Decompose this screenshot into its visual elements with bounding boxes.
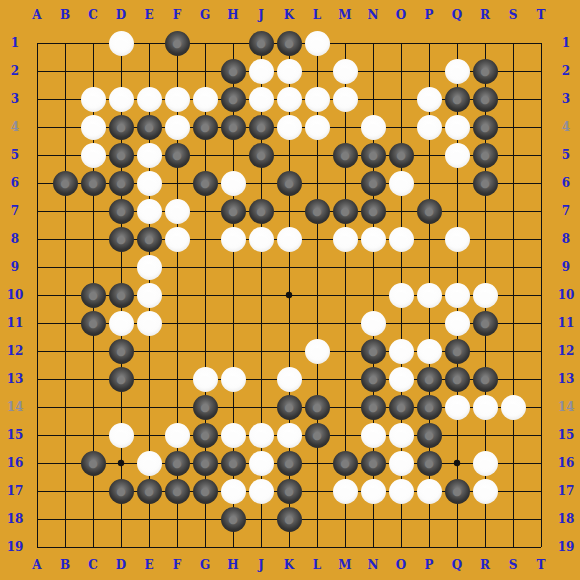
board-point[interactable]	[387, 197, 415, 225]
board-point[interactable]: ●	[135, 85, 163, 113]
board-point[interactable]: ●	[219, 197, 247, 225]
board-point[interactable]	[51, 141, 79, 169]
board-point[interactable]: ●	[247, 113, 275, 141]
board-point[interactable]	[23, 85, 51, 113]
board-point[interactable]	[275, 141, 303, 169]
board-point[interactable]	[331, 281, 359, 309]
board-point[interactable]: ●	[471, 393, 499, 421]
board-point[interactable]	[23, 225, 51, 253]
board-point[interactable]: ●	[135, 477, 163, 505]
board-point[interactable]	[23, 365, 51, 393]
board-point[interactable]: ●	[107, 421, 135, 449]
board-point[interactable]: ●	[471, 113, 499, 141]
board-point[interactable]	[471, 533, 499, 561]
board-point[interactable]	[135, 365, 163, 393]
board-point[interactable]: ●	[79, 169, 107, 197]
board-point[interactable]	[23, 57, 51, 85]
board-point[interactable]	[107, 57, 135, 85]
board-point[interactable]: ●	[51, 169, 79, 197]
board-point[interactable]	[163, 253, 191, 281]
board-point[interactable]: ●	[135, 449, 163, 477]
board-point[interactable]	[135, 57, 163, 85]
board-point[interactable]	[499, 337, 527, 365]
board-point[interactable]	[79, 253, 107, 281]
board-point[interactable]	[275, 337, 303, 365]
board-point[interactable]: ●	[247, 477, 275, 505]
board-point[interactable]	[163, 281, 191, 309]
board-point[interactable]: ●	[135, 169, 163, 197]
board-point[interactable]	[527, 141, 555, 169]
board-point[interactable]	[219, 141, 247, 169]
board-point[interactable]	[331, 393, 359, 421]
board-point[interactable]	[107, 253, 135, 281]
board-point[interactable]	[499, 365, 527, 393]
board-point[interactable]: ●	[443, 309, 471, 337]
board-point[interactable]: ●	[387, 169, 415, 197]
board-point[interactable]: ●	[107, 141, 135, 169]
board-point[interactable]: ●	[219, 225, 247, 253]
board-point[interactable]: ●	[191, 393, 219, 421]
board-point[interactable]	[23, 141, 51, 169]
board-point[interactable]: ●	[79, 281, 107, 309]
board-point[interactable]: ●	[443, 225, 471, 253]
board-point[interactable]	[51, 85, 79, 113]
board-point[interactable]: ●	[135, 309, 163, 337]
board-point[interactable]	[499, 421, 527, 449]
board-point[interactable]	[23, 113, 51, 141]
board-point[interactable]: ●	[415, 337, 443, 365]
board-point[interactable]	[471, 225, 499, 253]
board-point[interactable]	[23, 281, 51, 309]
board-point[interactable]	[415, 141, 443, 169]
board-point[interactable]: ●	[247, 141, 275, 169]
board-point[interactable]	[191, 141, 219, 169]
board-point[interactable]: ●	[387, 281, 415, 309]
board-point[interactable]: ●	[191, 365, 219, 393]
board-point[interactable]	[527, 393, 555, 421]
board-point[interactable]	[303, 449, 331, 477]
board-point[interactable]: ●	[359, 197, 387, 225]
board-point[interactable]	[51, 393, 79, 421]
board-point[interactable]: ●	[191, 113, 219, 141]
board-point[interactable]	[527, 225, 555, 253]
board-point[interactable]	[23, 393, 51, 421]
board-point[interactable]	[303, 141, 331, 169]
board-point[interactable]	[107, 393, 135, 421]
board-point[interactable]: ●	[275, 477, 303, 505]
board-point[interactable]	[527, 281, 555, 309]
board-point[interactable]	[79, 393, 107, 421]
board-point[interactable]	[359, 281, 387, 309]
board-point[interactable]	[527, 169, 555, 197]
board-point[interactable]: ●	[275, 225, 303, 253]
board-point[interactable]	[247, 365, 275, 393]
board-point[interactable]: ●	[191, 85, 219, 113]
board-point[interactable]: ●	[107, 337, 135, 365]
board-point[interactable]: ●	[163, 85, 191, 113]
board-point[interactable]: ●	[275, 505, 303, 533]
board-point[interactable]	[359, 533, 387, 561]
board-point[interactable]: ●	[247, 225, 275, 253]
board-point[interactable]: ●	[163, 449, 191, 477]
board-point[interactable]	[191, 337, 219, 365]
board-point[interactable]: ●	[471, 477, 499, 505]
board-point[interactable]	[471, 421, 499, 449]
board-point[interactable]	[471, 505, 499, 533]
board-point[interactable]	[527, 505, 555, 533]
board-point[interactable]	[331, 533, 359, 561]
board-point[interactable]: ●	[303, 29, 331, 57]
board-point[interactable]	[135, 393, 163, 421]
board-point[interactable]	[247, 309, 275, 337]
board-point[interactable]	[303, 505, 331, 533]
board-point[interactable]	[51, 113, 79, 141]
board-point[interactable]: ●	[359, 365, 387, 393]
board-point[interactable]: ●	[499, 393, 527, 421]
board-point[interactable]	[247, 505, 275, 533]
board-point[interactable]	[443, 449, 471, 477]
board-point[interactable]	[51, 281, 79, 309]
board-point[interactable]	[79, 29, 107, 57]
board-point[interactable]	[443, 533, 471, 561]
board-point[interactable]	[275, 281, 303, 309]
board-point[interactable]: ●	[107, 225, 135, 253]
board-point[interactable]	[303, 57, 331, 85]
board-point[interactable]: ●	[471, 57, 499, 85]
board-point[interactable]: ●	[275, 57, 303, 85]
board-point[interactable]	[499, 281, 527, 309]
board-point[interactable]	[191, 225, 219, 253]
board-point[interactable]: ●	[219, 169, 247, 197]
board-point[interactable]	[23, 253, 51, 281]
board-point[interactable]	[387, 113, 415, 141]
board-point[interactable]	[415, 225, 443, 253]
board-point[interactable]: ●	[471, 309, 499, 337]
board-point[interactable]	[527, 449, 555, 477]
board-point[interactable]: ●	[219, 85, 247, 113]
board-point[interactable]: ●	[387, 449, 415, 477]
board-point[interactable]	[527, 421, 555, 449]
board-point[interactable]: ●	[163, 477, 191, 505]
board-point[interactable]	[331, 337, 359, 365]
board-point[interactable]: ●	[359, 113, 387, 141]
board-point[interactable]	[499, 197, 527, 225]
board-point[interactable]: ●	[163, 197, 191, 225]
board-point[interactable]	[387, 29, 415, 57]
board-point[interactable]	[499, 533, 527, 561]
board-point[interactable]	[163, 365, 191, 393]
board-point[interactable]	[135, 505, 163, 533]
board-point[interactable]: ●	[219, 57, 247, 85]
board-point[interactable]	[219, 337, 247, 365]
board-point[interactable]	[527, 57, 555, 85]
board-point[interactable]	[415, 253, 443, 281]
board-point[interactable]	[275, 253, 303, 281]
board-point[interactable]	[79, 477, 107, 505]
board-point[interactable]: ●	[135, 253, 163, 281]
board-point[interactable]	[51, 421, 79, 449]
board-point[interactable]	[23, 337, 51, 365]
board-point[interactable]: ●	[303, 85, 331, 113]
board-point[interactable]	[191, 281, 219, 309]
board-point[interactable]	[79, 197, 107, 225]
board-point[interactable]: ●	[415, 449, 443, 477]
board-point[interactable]	[471, 253, 499, 281]
board-point[interactable]	[359, 85, 387, 113]
board-point[interactable]	[219, 281, 247, 309]
board-point[interactable]	[163, 169, 191, 197]
board-point[interactable]	[387, 253, 415, 281]
board-point[interactable]: ●	[107, 169, 135, 197]
board-point[interactable]: ●	[415, 421, 443, 449]
board-point[interactable]: ●	[443, 281, 471, 309]
board-point[interactable]	[387, 85, 415, 113]
board-point[interactable]	[387, 533, 415, 561]
board-point[interactable]	[331, 253, 359, 281]
board-point[interactable]	[331, 29, 359, 57]
board-point[interactable]	[79, 533, 107, 561]
board-point[interactable]: ●	[79, 85, 107, 113]
board-point[interactable]: ●	[275, 365, 303, 393]
board-point[interactable]	[331, 169, 359, 197]
board-point[interactable]: ●	[443, 365, 471, 393]
board-point[interactable]: ●	[135, 141, 163, 169]
board-point[interactable]	[499, 141, 527, 169]
board-point[interactable]: ●	[443, 85, 471, 113]
board-point[interactable]	[303, 533, 331, 561]
board-point[interactable]: ●	[359, 337, 387, 365]
board-point[interactable]	[135, 533, 163, 561]
board-point[interactable]	[191, 533, 219, 561]
board-point[interactable]	[415, 533, 443, 561]
board-point[interactable]	[303, 253, 331, 281]
board-point[interactable]: ●	[359, 309, 387, 337]
board-point[interactable]	[247, 169, 275, 197]
board-point[interactable]: ●	[79, 309, 107, 337]
board-point[interactable]	[303, 309, 331, 337]
board-point[interactable]	[331, 365, 359, 393]
board-point[interactable]: ●	[415, 365, 443, 393]
board-point[interactable]	[303, 365, 331, 393]
board-point[interactable]	[499, 169, 527, 197]
board-point[interactable]	[51, 197, 79, 225]
board-point[interactable]	[527, 477, 555, 505]
board-point[interactable]: ●	[163, 113, 191, 141]
board-point[interactable]	[135, 29, 163, 57]
board-point[interactable]	[527, 533, 555, 561]
board-point[interactable]	[247, 393, 275, 421]
board-point[interactable]	[359, 253, 387, 281]
board-point[interactable]	[51, 365, 79, 393]
board-point[interactable]	[163, 309, 191, 337]
board-point[interactable]	[471, 197, 499, 225]
board-point[interactable]	[443, 29, 471, 57]
board-point[interactable]: ●	[415, 197, 443, 225]
board-point[interactable]	[23, 505, 51, 533]
board-point[interactable]: ●	[275, 169, 303, 197]
board-point[interactable]: ●	[275, 449, 303, 477]
board-point[interactable]	[499, 85, 527, 113]
board-point[interactable]: ●	[303, 421, 331, 449]
board-point[interactable]	[387, 57, 415, 85]
board-point[interactable]	[527, 29, 555, 57]
board-point[interactable]	[79, 337, 107, 365]
board-point[interactable]	[527, 253, 555, 281]
board-point[interactable]: ●	[79, 449, 107, 477]
board-point[interactable]	[23, 477, 51, 505]
board-point[interactable]: ●	[443, 113, 471, 141]
board-point[interactable]	[51, 225, 79, 253]
board-point[interactable]: ●	[443, 57, 471, 85]
board-point[interactable]	[163, 337, 191, 365]
board-point[interactable]: ●	[219, 449, 247, 477]
board-point[interactable]	[303, 169, 331, 197]
board-point[interactable]	[79, 421, 107, 449]
board-point[interactable]	[499, 57, 527, 85]
board-point[interactable]: ●	[107, 197, 135, 225]
board-point[interactable]	[415, 505, 443, 533]
board-point[interactable]: ●	[135, 197, 163, 225]
board-point[interactable]	[499, 253, 527, 281]
board-point[interactable]: ●	[303, 113, 331, 141]
board-point[interactable]: ●	[387, 141, 415, 169]
board-point[interactable]: ●	[471, 281, 499, 309]
board-point[interactable]	[527, 197, 555, 225]
board-point[interactable]	[443, 421, 471, 449]
board-point[interactable]: ●	[415, 85, 443, 113]
board-point[interactable]: ●	[135, 113, 163, 141]
board-point[interactable]	[527, 85, 555, 113]
board-point[interactable]	[191, 197, 219, 225]
board-point[interactable]	[387, 309, 415, 337]
board-point[interactable]	[219, 533, 247, 561]
board-point[interactable]	[499, 477, 527, 505]
board-point[interactable]	[163, 393, 191, 421]
board-point[interactable]: ●	[191, 477, 219, 505]
board-point[interactable]: ●	[191, 169, 219, 197]
board-point[interactable]: ●	[471, 365, 499, 393]
board-point[interactable]	[527, 309, 555, 337]
board-point[interactable]	[191, 253, 219, 281]
board-point[interactable]: ●	[275, 113, 303, 141]
board-point[interactable]: ●	[415, 477, 443, 505]
board-point[interactable]: ●	[107, 309, 135, 337]
board-point[interactable]	[387, 505, 415, 533]
board-point[interactable]: ●	[359, 477, 387, 505]
board-point[interactable]: ●	[331, 141, 359, 169]
board-point[interactable]	[135, 337, 163, 365]
board-point[interactable]	[499, 505, 527, 533]
board-point[interactable]: ●	[275, 29, 303, 57]
board-point[interactable]	[219, 253, 247, 281]
board-point[interactable]: ●	[415, 113, 443, 141]
board-point[interactable]	[23, 309, 51, 337]
board-point[interactable]	[247, 281, 275, 309]
board-point[interactable]: ●	[359, 421, 387, 449]
board-point[interactable]	[415, 57, 443, 85]
board-point[interactable]	[51, 533, 79, 561]
board-point[interactable]	[499, 29, 527, 57]
board-point[interactable]	[191, 309, 219, 337]
board-point[interactable]: ●	[107, 365, 135, 393]
board-point[interactable]: ●	[331, 57, 359, 85]
board-point[interactable]	[471, 29, 499, 57]
board-point[interactable]	[331, 505, 359, 533]
board-point[interactable]: ●	[359, 393, 387, 421]
board-point[interactable]: ●	[191, 421, 219, 449]
board-point[interactable]: ●	[79, 113, 107, 141]
board-point[interactable]	[79, 365, 107, 393]
board-point[interactable]: ●	[163, 141, 191, 169]
board-point[interactable]: ●	[471, 449, 499, 477]
board-point[interactable]	[275, 533, 303, 561]
board-point[interactable]: ●	[471, 141, 499, 169]
board-point[interactable]: ●	[387, 365, 415, 393]
board-point[interactable]: ●	[191, 449, 219, 477]
board-point[interactable]: ●	[275, 393, 303, 421]
board-point[interactable]: ●	[387, 393, 415, 421]
board-point[interactable]	[51, 29, 79, 57]
board-point[interactable]: ●	[247, 197, 275, 225]
board-point[interactable]	[79, 225, 107, 253]
board-point[interactable]	[23, 421, 51, 449]
board-point[interactable]: ●	[107, 85, 135, 113]
board-point[interactable]	[359, 505, 387, 533]
board-point[interactable]: ●	[247, 421, 275, 449]
board-point[interactable]: ●	[163, 225, 191, 253]
board-point[interactable]	[23, 533, 51, 561]
board-point[interactable]	[303, 477, 331, 505]
board-point[interactable]	[191, 505, 219, 533]
board-point[interactable]	[359, 29, 387, 57]
board-point[interactable]: ●	[135, 225, 163, 253]
board-point[interactable]	[499, 309, 527, 337]
board-point[interactable]: ●	[79, 141, 107, 169]
board-point[interactable]: ●	[219, 421, 247, 449]
board-point[interactable]: ●	[331, 85, 359, 113]
board-point[interactable]: ●	[471, 85, 499, 113]
board-point[interactable]	[135, 421, 163, 449]
board-point[interactable]: ●	[387, 225, 415, 253]
board-point[interactable]	[51, 477, 79, 505]
board-point[interactable]	[51, 253, 79, 281]
board-point[interactable]	[443, 169, 471, 197]
board-point[interactable]	[219, 393, 247, 421]
board-point[interactable]	[359, 57, 387, 85]
board-point[interactable]	[303, 225, 331, 253]
board-point[interactable]	[471, 337, 499, 365]
board-point[interactable]	[499, 113, 527, 141]
board-point[interactable]	[107, 533, 135, 561]
board-point[interactable]: ●	[471, 169, 499, 197]
board-point[interactable]: ●	[275, 421, 303, 449]
board-point[interactable]: ●	[331, 197, 359, 225]
board-point[interactable]: ●	[163, 421, 191, 449]
board-point[interactable]: ●	[443, 141, 471, 169]
board-point[interactable]	[331, 113, 359, 141]
board-point[interactable]	[247, 533, 275, 561]
board-point[interactable]: ●	[387, 337, 415, 365]
board-point[interactable]: ●	[359, 449, 387, 477]
board-point[interactable]	[191, 29, 219, 57]
board-point[interactable]: ●	[107, 281, 135, 309]
board-point[interactable]	[219, 29, 247, 57]
board-point[interactable]	[191, 57, 219, 85]
board-point[interactable]: ●	[387, 421, 415, 449]
board-point[interactable]	[107, 505, 135, 533]
board-point[interactable]	[163, 533, 191, 561]
board-point[interactable]	[163, 57, 191, 85]
